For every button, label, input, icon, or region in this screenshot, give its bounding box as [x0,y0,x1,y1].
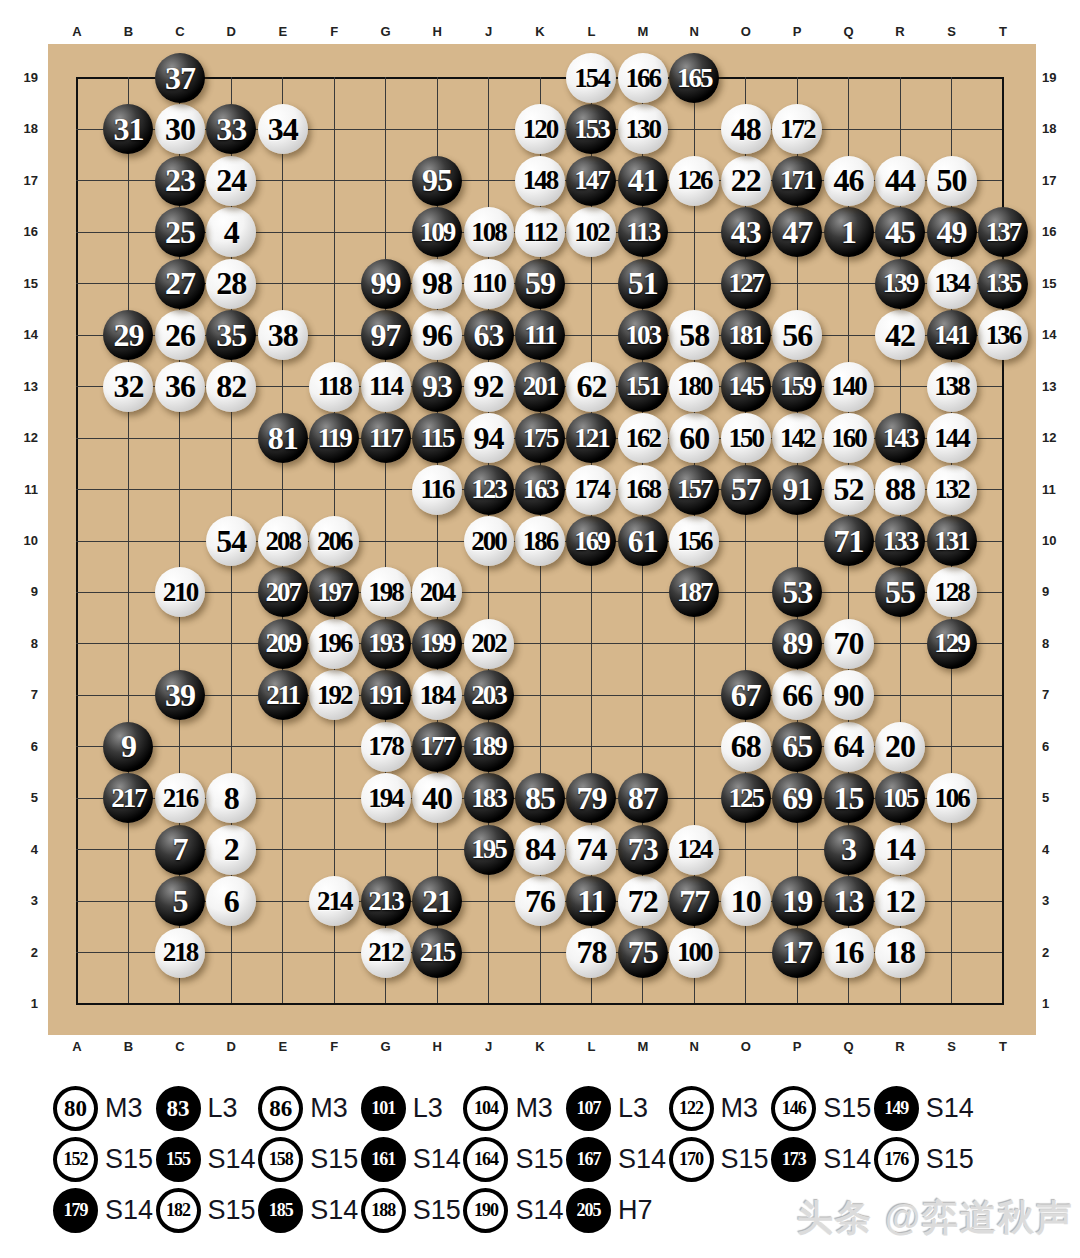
coord-label-row-16: 16 [8,224,38,239]
legend-stone-number: 161 [371,1149,395,1170]
stone-103-M14: 103 [618,310,668,360]
stone-138-S13: 138 [927,362,977,412]
stone-number: 36 [165,368,195,405]
stone-number: 147 [574,165,609,196]
stone-number: 168 [626,474,661,505]
stone-25-C16: 25 [155,207,205,257]
coord-label-row-6: 6 [8,739,38,754]
stone-51-M15: 51 [618,259,668,309]
stone-number: 148 [523,165,558,196]
coord-label-row-9: 9 [8,584,38,599]
stone-11-L3: 11 [566,876,616,926]
coord-label-row-18: 18 [1042,121,1072,136]
stone-202-J8: 202 [464,619,514,669]
stone-number: 132 [934,474,969,505]
stone-204-H9: 204 [412,567,462,617]
legend-stone-176: 176 [874,1137,919,1182]
stone-number: 68 [731,728,761,765]
stone-number: 14 [885,831,915,868]
stone-number: 4 [224,214,239,251]
stone-137-T16: 137 [978,207,1028,257]
legend-point-label: S14 [208,1144,256,1175]
stone-number: 160 [831,423,866,454]
stone-number: 41 [628,162,658,199]
coord-label-col-E: E [268,24,298,39]
legend-point-label: S14 [618,1144,666,1175]
stone-number: 62 [576,368,606,405]
stone-54-D10: 54 [206,516,256,566]
stone-number: 145 [728,371,763,402]
stone-78-L2: 78 [566,928,616,978]
stone-97-G14: 97 [361,310,411,360]
stone-154-L19: 154 [566,53,616,103]
stone-62-L13: 62 [566,362,616,412]
stone-number: 172 [780,114,815,145]
stone-number: 156 [677,526,712,557]
stone-number: 38 [268,317,298,354]
stone-189-J6: 189 [464,722,514,772]
stone-number: 200 [471,526,506,557]
stone-number: 102 [574,217,609,248]
stone-number: 112 [523,217,556,248]
stone-197-F9: 197 [309,567,359,617]
coord-label-col-P: P [782,24,812,39]
stone-69-P5: 69 [772,773,822,823]
stone-85-K5: 85 [515,773,565,823]
legend-stone-146: 146 [771,1086,816,1131]
legend-stone-188: 188 [361,1188,406,1233]
stone-number: 72 [628,883,658,920]
stone-number: 63 [474,317,504,354]
coord-label-row-7: 7 [8,687,38,702]
stone-number: 217 [111,783,146,814]
stone-178-G6: 178 [361,722,411,772]
coord-label-row-14: 14 [1042,327,1072,342]
grid-line-horizontal [76,592,1004,593]
stone-5-C3: 5 [155,876,205,926]
legend-entry-move-146: 146S15 [771,1086,874,1131]
stone-127-O15: 127 [721,259,771,309]
stone-123-J11: 123 [464,465,514,515]
legend-stone-149: 149 [874,1086,919,1131]
coord-label-row-1: 1 [1042,996,1072,1011]
stone-211-E7: 211 [258,670,308,720]
coord-label-col-Q: Q [834,24,864,39]
legend-point-label: S15 [515,1144,563,1175]
stone-number: 215 [420,937,455,968]
legend-stone-number: 170 [679,1149,703,1170]
legend-entry-move-185: 185S14 [258,1188,361,1233]
stone-90-Q7: 90 [824,670,874,720]
stone-number: 76 [525,883,555,920]
stone-159-P13: 159 [772,362,822,412]
stone-number: 85 [525,780,555,817]
legend-stone-182: 182 [156,1188,201,1233]
stone-number: 114 [369,371,402,402]
legend-stone-number: 80 [64,1096,87,1122]
legend-point-label: M3 [105,1093,143,1124]
go-board: 1234567891011121314151617181920212223242… [48,44,1036,1035]
stone-number: 43 [731,214,761,251]
stone-number: 53 [782,574,812,611]
stone-number: 73 [628,831,658,868]
stone-number: 47 [782,214,812,251]
legend-point-label: L3 [618,1093,648,1124]
stone-number: 82 [216,368,246,405]
stone-34-E18: 34 [258,104,308,154]
stone-number: 213 [368,886,403,917]
legend-stone-164: 164 [463,1137,508,1182]
stone-number: 212 [368,937,403,968]
stone-96-H14: 96 [412,310,462,360]
coord-label-row-19: 19 [1042,70,1072,85]
stone-46-Q17: 46 [824,156,874,206]
stone-number: 196 [317,628,352,659]
stone-number: 42 [885,317,915,354]
stone-115-H12: 115 [412,413,462,463]
stone-number: 96 [422,317,452,354]
legend-stone-number: 167 [576,1149,600,1170]
stone-27-C15: 27 [155,259,205,309]
stone-18-R2: 18 [875,928,925,978]
legend-stone-161: 161 [361,1137,406,1182]
stone-number: 128 [934,577,969,608]
coord-label-col-T: T [988,24,1018,39]
legend-point-label: S15 [926,1144,974,1175]
stone-162-M12: 162 [618,413,668,463]
stone-number: 87 [628,780,658,817]
coord-label-col-C: C [165,24,195,39]
stone-66-P7: 66 [772,670,822,720]
stone-number: 66 [782,677,812,714]
stone-118-F13: 118 [309,362,359,412]
stone-number: 67 [731,677,761,714]
stone-number: 115 [421,423,454,454]
stone-number: 113 [626,217,659,248]
stone-number: 31 [113,111,143,148]
coord-label-row-4: 4 [8,842,38,857]
legend-row-3: 179S14182S15185S14188S15190S14205H7 [53,1188,669,1233]
coord-label-col-N: N [679,1039,709,1054]
legend-stone-101: 101 [361,1086,406,1131]
coord-label-row-2: 2 [1042,945,1072,960]
stone-192-F7: 192 [309,670,359,720]
stone-number: 111 [524,320,556,351]
coord-label-col-J: J [474,1039,504,1054]
stone-number: 89 [782,625,812,662]
stone-7-C4: 7 [155,825,205,875]
stone-136-T14: 136 [978,310,1028,360]
legend-stone-number: 179 [64,1200,88,1221]
stone-99-G15: 99 [361,259,411,309]
legend-point-label: S15 [413,1195,461,1226]
stone-180-N13: 180 [669,362,719,412]
stone-171-P17: 171 [772,156,822,206]
stone-number: 216 [163,783,198,814]
stone-number: 181 [728,320,763,351]
stone-number: 183 [471,783,506,814]
legend-point-label: S15 [208,1195,256,1226]
stone-number: 48 [731,111,761,148]
stone-53-P9: 53 [772,567,822,617]
stone-number: 40 [422,780,452,817]
stone-number: 184 [420,680,455,711]
stone-number: 138 [934,371,969,402]
stone-87-M5: 87 [618,773,668,823]
stone-number: 154 [574,63,609,94]
stone-number: 210 [163,577,198,608]
stone-120-K18: 120 [515,104,565,154]
stone-number: 151 [626,371,661,402]
legend-stone-104: 104 [463,1086,508,1131]
legend-point-label: M3 [721,1093,759,1124]
stone-49-S16: 49 [927,207,977,257]
stone-169-L10: 169 [566,516,616,566]
stone-23-C17: 23 [155,156,205,206]
stone-number: 136 [986,320,1021,351]
stone-number: 71 [834,523,864,560]
go-kifu-diagram: 1234567891011121314151617181920212223242… [0,0,1080,1258]
stone-98-H15: 98 [412,259,462,309]
stone-201-K13: 201 [515,362,565,412]
stone-number: 198 [368,577,403,608]
stone-172-P18: 172 [772,104,822,154]
legend-point-label: S15 [721,1144,769,1175]
legend-stone-number: 104 [474,1098,498,1119]
coord-label-row-12: 12 [1042,430,1072,445]
stone-number: 93 [422,368,452,405]
legend-entry-move-205: 205H7 [566,1188,669,1233]
stone-17-P2: 17 [772,928,822,978]
stone-28-D15: 28 [206,259,256,309]
stone-129-S8: 129 [927,619,977,669]
legend-entry-move-104: 104M3 [463,1086,566,1131]
legend-stone-number: 122 [679,1098,703,1119]
stone-number: 32 [113,368,143,405]
legend-stone-155: 155 [156,1137,201,1182]
stone-number: 1 [841,214,856,251]
stone-number: 22 [731,162,761,199]
legend-point-label: S14 [823,1144,871,1175]
coord-label-col-G: G [371,24,401,39]
stone-number: 214 [317,886,352,917]
stone-number: 30 [165,111,195,148]
legend-stone-number: 173 [782,1149,806,1170]
stone-number: 49 [937,214,967,251]
stone-26-C14: 26 [155,310,205,360]
stone-20-R6: 20 [875,722,925,772]
legend-point-label: M3 [515,1093,553,1124]
stone-3-Q4: 3 [824,825,874,875]
legend-stone-number: 101 [371,1098,395,1119]
coord-label-row-2: 2 [8,945,38,960]
stone-number: 203 [471,680,506,711]
stone-number: 153 [574,114,609,145]
stone-41-M17: 41 [618,156,668,206]
stone-number: 139 [883,268,918,299]
coord-label-col-D: D [216,24,246,39]
coord-label-row-3: 3 [1042,893,1072,908]
stone-58-N14: 58 [669,310,719,360]
stone-number: 131 [934,526,969,557]
stone-13-Q3: 13 [824,876,874,926]
stone-6-D3: 6 [206,876,256,926]
stone-134-S15: 134 [927,259,977,309]
legend-entry-move-176: 176S15 [874,1137,977,1182]
stone-number: 9 [121,728,136,765]
stone-14-R4: 14 [875,825,925,875]
coord-label-col-N: N [679,24,709,39]
stone-number: 37 [165,60,195,97]
stone-number: 98 [422,265,452,302]
coord-label-row-7: 7 [1042,687,1072,702]
stone-68-O6: 68 [721,722,771,772]
stone-128-S9: 128 [927,567,977,617]
coord-label-col-D: D [216,1039,246,1054]
stone-59-K15: 59 [515,259,565,309]
coord-label-col-A: A [62,24,92,39]
stone-193-G8: 193 [361,619,411,669]
stone-175-K12: 175 [515,413,565,463]
stone-number: 186 [523,526,558,557]
stone-number: 45 [885,214,915,251]
coord-label-row-18: 18 [8,121,38,136]
stone-number: 140 [831,371,866,402]
legend-entry-move-83: 83L3 [156,1086,259,1131]
stone-number: 169 [574,526,609,557]
stone-number: 99 [371,265,401,302]
stone-number: 178 [368,731,403,762]
legend-stone-185: 185 [258,1188,303,1233]
stone-number: 103 [626,320,661,351]
stone-number: 189 [471,731,506,762]
stone-139-R15: 139 [875,259,925,309]
legend-entry-move-182: 182S15 [156,1188,259,1233]
grid-line-horizontal [76,1003,1004,1005]
stone-number: 3 [841,831,856,868]
stone-206-F10: 206 [309,516,359,566]
coord-label-row-17: 17 [1042,173,1072,188]
coord-label-col-K: K [525,1039,555,1054]
coord-label-col-F: F [319,24,349,39]
stone-218-C2: 218 [155,928,205,978]
legend-entry-move-155: 155S14 [156,1137,259,1182]
stone-156-N10: 156 [669,516,719,566]
stone-119-F12: 119 [309,413,359,463]
stone-number: 187 [677,577,712,608]
stone-63-J14: 63 [464,310,514,360]
legend-stone-number: 107 [576,1098,600,1119]
stone-133-R10: 133 [875,516,925,566]
coord-label-col-J: J [474,24,504,39]
stone-number: 206 [317,526,352,557]
legend-stone-number: 149 [884,1098,908,1119]
legend-stone-number: 158 [269,1149,293,1170]
stone-44-R17: 44 [875,156,925,206]
stone-number: 21 [422,883,452,920]
stone-64-Q6: 64 [824,722,874,772]
stone-number: 174 [574,474,609,505]
coord-label-col-P: P [782,1039,812,1054]
stone-number: 117 [369,423,402,454]
stone-number: 199 [420,628,455,659]
stone-42-R14: 42 [875,310,925,360]
stone-32-B13: 32 [103,362,153,412]
stone-195-J4: 195 [464,825,514,875]
stone-112-K16: 112 [515,207,565,257]
legend-entry-move-188: 188S15 [361,1188,464,1233]
stone-186-K10: 186 [515,516,565,566]
stone-number: 208 [266,526,301,557]
stone-number: 18 [885,934,915,971]
stone-8-D5: 8 [206,773,256,823]
stone-216-C5: 216 [155,773,205,823]
stone-94-J12: 94 [464,413,514,463]
stone-number: 35 [216,317,246,354]
stone-number: 218 [163,937,198,968]
stone-number: 163 [523,474,558,505]
stone-number: 194 [368,783,403,814]
legend-stone-number: 185 [269,1200,293,1221]
stone-number: 159 [780,371,815,402]
stone-55-R9: 55 [875,567,925,617]
legend-stone-number: 155 [166,1149,190,1170]
stone-number: 84 [525,831,555,868]
legend-stone-number: 146 [782,1098,806,1119]
coord-label-col-B: B [113,1039,143,1054]
coord-label-col-M: M [628,24,658,39]
stone-number: 51 [628,265,658,302]
stone-number: 121 [574,423,609,454]
stone-141-S14: 141 [927,310,977,360]
stone-number: 130 [626,114,661,145]
stone-number: 110 [472,268,505,299]
stone-15-Q5: 15 [824,773,874,823]
coord-label-col-O: O [731,24,761,39]
legend-entry-move-173: 173S14 [771,1137,874,1182]
stone-209-E8: 209 [258,619,308,669]
stone-91-P11: 91 [772,465,822,515]
legend-point-label: H7 [618,1195,653,1226]
coord-label-row-10: 10 [1042,533,1072,548]
stone-19-P3: 19 [772,876,822,926]
stone-214-F3: 214 [309,876,359,926]
legend-entry-move-161: 161S14 [361,1137,464,1182]
stone-number: 135 [986,268,1021,299]
legend-point-label: L3 [208,1093,238,1124]
stone-184-H7: 184 [412,670,462,720]
legend-stone-number: 182 [166,1200,190,1221]
stone-number: 192 [317,680,352,711]
stone-number: 56 [782,317,812,354]
stone-130-M18: 130 [618,104,668,154]
stone-67-O7: 67 [721,670,771,720]
coord-label-row-11: 11 [8,482,38,497]
stone-105-R5: 105 [875,773,925,823]
stone-65-P6: 65 [772,722,822,772]
legend-entry-move-190: 190S14 [463,1188,566,1233]
stone-number: 191 [368,680,403,711]
legend-entry-move-167: 167S14 [566,1137,669,1182]
stone-157-N11: 157 [669,465,719,515]
stone-number: 23 [165,162,195,199]
legend-entry-move-179: 179S14 [53,1188,156,1233]
legend-stone-167: 167 [566,1137,611,1182]
stone-111-K14: 111 [515,310,565,360]
stone-113-M16: 113 [618,207,668,257]
stone-33-D18: 33 [206,104,256,154]
stone-number: 119 [318,423,351,454]
